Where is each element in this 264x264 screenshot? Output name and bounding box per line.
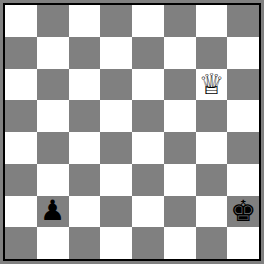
square-c4[interactable] bbox=[69, 132, 101, 164]
square-h5[interactable] bbox=[227, 100, 259, 132]
board-frame: ♕♟♚ bbox=[0, 0, 264, 264]
square-g6[interactable]: ♕ bbox=[196, 69, 228, 101]
board-border: ♕♟♚ bbox=[3, 3, 261, 261]
chess-board: ♕♟♚ bbox=[5, 5, 259, 259]
square-f3[interactable] bbox=[164, 164, 196, 196]
square-f6[interactable] bbox=[164, 69, 196, 101]
square-f8[interactable] bbox=[164, 5, 196, 37]
square-e2[interactable] bbox=[132, 196, 164, 228]
square-f1[interactable] bbox=[164, 227, 196, 259]
square-f5[interactable] bbox=[164, 100, 196, 132]
square-c1[interactable] bbox=[69, 227, 101, 259]
square-g2[interactable] bbox=[196, 196, 228, 228]
square-g3[interactable] bbox=[196, 164, 228, 196]
square-b6[interactable] bbox=[37, 69, 69, 101]
square-e7[interactable] bbox=[132, 37, 164, 69]
square-h1[interactable] bbox=[227, 227, 259, 259]
piece-black-king[interactable]: ♚ bbox=[230, 197, 256, 226]
square-h4[interactable] bbox=[227, 132, 259, 164]
square-g4[interactable] bbox=[196, 132, 228, 164]
square-d4[interactable] bbox=[100, 132, 132, 164]
square-h2[interactable]: ♚ bbox=[227, 196, 259, 228]
square-h3[interactable] bbox=[227, 164, 259, 196]
square-h6[interactable] bbox=[227, 69, 259, 101]
square-d6[interactable] bbox=[100, 69, 132, 101]
square-h8[interactable] bbox=[227, 5, 259, 37]
square-b1[interactable] bbox=[37, 227, 69, 259]
square-a7[interactable] bbox=[5, 37, 37, 69]
piece-black-pawn[interactable]: ♟ bbox=[40, 197, 65, 225]
square-c8[interactable] bbox=[69, 5, 101, 37]
square-a1[interactable] bbox=[5, 227, 37, 259]
square-c5[interactable] bbox=[69, 100, 101, 132]
square-g1[interactable] bbox=[196, 227, 228, 259]
square-d8[interactable] bbox=[100, 5, 132, 37]
square-d7[interactable] bbox=[100, 37, 132, 69]
square-e5[interactable] bbox=[132, 100, 164, 132]
square-a3[interactable] bbox=[5, 164, 37, 196]
square-c3[interactable] bbox=[69, 164, 101, 196]
square-g5[interactable] bbox=[196, 100, 228, 132]
square-b4[interactable] bbox=[37, 132, 69, 164]
square-c2[interactable] bbox=[69, 196, 101, 228]
square-e4[interactable] bbox=[132, 132, 164, 164]
square-h7[interactable] bbox=[227, 37, 259, 69]
square-g8[interactable] bbox=[196, 5, 228, 37]
square-e3[interactable] bbox=[132, 164, 164, 196]
square-e6[interactable] bbox=[132, 69, 164, 101]
square-f7[interactable] bbox=[164, 37, 196, 69]
square-a4[interactable] bbox=[5, 132, 37, 164]
square-f2[interactable] bbox=[164, 196, 196, 228]
square-b2[interactable]: ♟ bbox=[37, 196, 69, 228]
square-f4[interactable] bbox=[164, 132, 196, 164]
square-a2[interactable] bbox=[5, 196, 37, 228]
square-b5[interactable] bbox=[37, 100, 69, 132]
square-b7[interactable] bbox=[37, 37, 69, 69]
square-d1[interactable] bbox=[100, 227, 132, 259]
square-e1[interactable] bbox=[132, 227, 164, 259]
piece-white-queen[interactable]: ♕ bbox=[198, 70, 224, 99]
square-b3[interactable] bbox=[37, 164, 69, 196]
square-c7[interactable] bbox=[69, 37, 101, 69]
square-e8[interactable] bbox=[132, 5, 164, 37]
square-b8[interactable] bbox=[37, 5, 69, 37]
square-a6[interactable] bbox=[5, 69, 37, 101]
square-c6[interactable] bbox=[69, 69, 101, 101]
square-d3[interactable] bbox=[100, 164, 132, 196]
square-a5[interactable] bbox=[5, 100, 37, 132]
square-a8[interactable] bbox=[5, 5, 37, 37]
square-d5[interactable] bbox=[100, 100, 132, 132]
square-g7[interactable] bbox=[196, 37, 228, 69]
square-d2[interactable] bbox=[100, 196, 132, 228]
